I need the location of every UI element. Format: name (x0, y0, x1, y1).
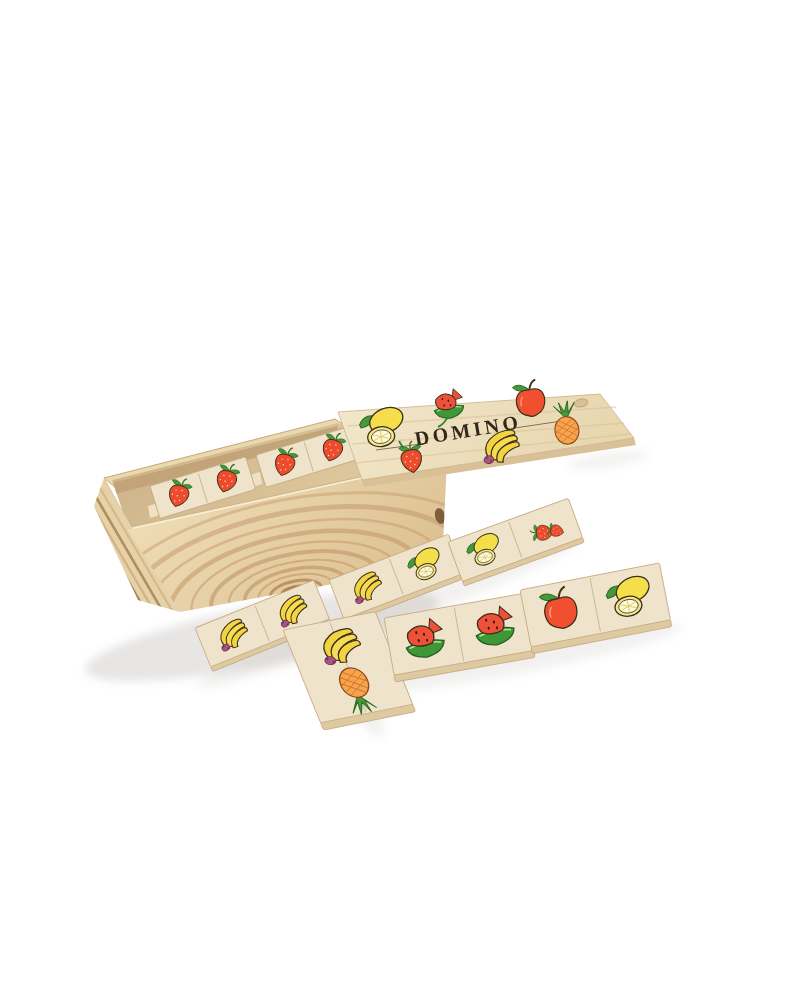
fruit-domino-scene: DOMINO (0, 0, 794, 989)
product-photo: DOMINO (0, 0, 794, 989)
